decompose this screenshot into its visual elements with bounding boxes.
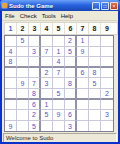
- grid-cell-r9c3[interactable]: 5: [29, 121, 41, 132]
- grid-cell-r3c1[interactable]: 8: [5, 57, 17, 68]
- title-bar[interactable]: Sudo the Game _ □ ×: [0, 0, 120, 11]
- grid-cell-r7c6[interactable]: [65, 100, 77, 111]
- grid-cell-r4c8[interactable]: 8: [89, 68, 101, 79]
- grid-cell-r4c6[interactable]: [65, 68, 77, 79]
- grid-cell-r2c8[interactable]: [89, 47, 101, 58]
- grid-cell-r2c5[interactable]: 1: [53, 47, 65, 58]
- grid-cell-r6c4[interactable]: [41, 89, 53, 100]
- grid-cell-r2c9[interactable]: [101, 47, 113, 58]
- grid-cell-r9c8[interactable]: [89, 121, 101, 132]
- grid-cell-r7c7[interactable]: [77, 100, 89, 111]
- number-button-7[interactable]: 7: [77, 23, 89, 34]
- grid-cell-r8c4[interactable]: 5: [41, 110, 53, 121]
- grid-cell-r1c1[interactable]: [5, 36, 17, 47]
- grid-cell-r5c9[interactable]: [101, 78, 113, 89]
- sudoku-grid: 521437159842768973858526125963953: [4, 35, 114, 132]
- grid-cell-r4c7[interactable]: 6: [77, 68, 89, 79]
- grid-cell-r6c1[interactable]: [5, 89, 17, 100]
- close-button[interactable]: ×: [110, 2, 118, 10]
- grid-cell-r2c6[interactable]: 5: [65, 47, 77, 58]
- grid-cell-r5c3[interactable]: 7: [29, 78, 41, 89]
- sudoku-window: Sudo the Game _ □ × File Check Tools Hel…: [0, 0, 120, 144]
- grid-cell-r5c7[interactable]: [77, 78, 89, 89]
- status-bar: Welcome to Sudo: [3, 133, 117, 142]
- grid-cell-r1c2[interactable]: 5: [17, 36, 29, 47]
- grid-cell-r5c2[interactable]: 9: [17, 78, 29, 89]
- grid-cell-r7c1[interactable]: [5, 100, 17, 111]
- grid-cell-r9c4[interactable]: [41, 121, 53, 132]
- grid-cell-r3c9[interactable]: [101, 57, 113, 68]
- grid-cell-r7c2[interactable]: [17, 100, 29, 111]
- grid-cell-r5c4[interactable]: 3: [41, 78, 53, 89]
- grid-cell-r3c4[interactable]: [41, 57, 53, 68]
- grid-cell-r6c8[interactable]: [89, 89, 101, 100]
- menu-help[interactable]: Help: [61, 13, 73, 19]
- grid-cell-r8c8[interactable]: [89, 110, 101, 121]
- menu-bar: File Check Tools Help: [2, 11, 118, 21]
- grid-cell-r3c8[interactable]: [89, 57, 101, 68]
- grid-cell-r8c3[interactable]: 2: [29, 110, 41, 121]
- grid-cell-r6c2[interactable]: [17, 89, 29, 100]
- grid-cell-r2c7[interactable]: 9: [77, 47, 89, 58]
- grid-cell-r3c2[interactable]: [17, 57, 29, 68]
- grid-cell-r1c9[interactable]: [101, 36, 113, 47]
- grid-cell-r4c5[interactable]: 7: [53, 68, 65, 79]
- number-picker-bar: 123456789: [4, 22, 118, 35]
- grid-cell-r6c6[interactable]: [65, 89, 77, 100]
- maximize-button[interactable]: □: [101, 2, 109, 10]
- grid-cell-r4c4[interactable]: 2: [41, 68, 53, 79]
- grid-cell-r8c1[interactable]: [5, 110, 17, 121]
- grid-cell-r8c9[interactable]: 3: [101, 110, 113, 121]
- grid-cell-r7c5[interactable]: [53, 100, 65, 111]
- grid-cell-r1c5[interactable]: [53, 36, 65, 47]
- number-button-3[interactable]: 3: [29, 23, 41, 34]
- number-button-2[interactable]: 2: [17, 23, 29, 34]
- grid-cell-r5c6[interactable]: 8: [65, 78, 77, 89]
- grid-cell-r4c1[interactable]: [5, 68, 17, 79]
- menu-file[interactable]: File: [5, 13, 15, 19]
- grid-cell-r3c7[interactable]: [77, 57, 89, 68]
- menu-tools[interactable]: Tools: [42, 13, 56, 19]
- grid-cell-r1c8[interactable]: [89, 36, 101, 47]
- grid-cell-r8c5[interactable]: 9: [53, 110, 65, 121]
- grid-cell-r8c7[interactable]: [77, 110, 89, 121]
- grid-cell-r9c9[interactable]: [101, 121, 113, 132]
- grid-cell-r2c1[interactable]: 4: [5, 47, 17, 58]
- grid-cell-r6c5[interactable]: 5: [53, 89, 65, 100]
- grid-cell-r9c2[interactable]: [17, 121, 29, 132]
- number-button-8[interactable]: 8: [89, 23, 101, 34]
- number-button-9[interactable]: 9: [101, 23, 113, 34]
- grid-cell-r4c3[interactable]: [29, 68, 41, 79]
- grid-cell-r5c1[interactable]: [5, 78, 17, 89]
- grid-cell-r1c3[interactable]: [29, 36, 41, 47]
- grid-cell-r6c7[interactable]: [77, 89, 89, 100]
- grid-cell-r1c4[interactable]: [41, 36, 53, 47]
- grid-cell-r1c6[interactable]: 2: [65, 36, 77, 47]
- number-button-6[interactable]: 6: [65, 23, 77, 34]
- number-button-5[interactable]: 5: [53, 23, 65, 34]
- grid-cell-r1c7[interactable]: 1: [77, 36, 89, 47]
- number-button-4[interactable]: 4: [41, 23, 53, 34]
- client-area: File Check Tools Help 123456789 52143715…: [2, 11, 118, 142]
- minimize-button[interactable]: _: [92, 2, 100, 10]
- grid-cell-r3c6[interactable]: [65, 57, 77, 68]
- grid-cell-r8c6[interactable]: 6: [65, 110, 77, 121]
- app-icon: [2, 3, 7, 8]
- grid-cell-r2c4[interactable]: 7: [41, 47, 53, 58]
- grid-cell-r7c8[interactable]: [89, 100, 101, 111]
- grid-cell-r7c4[interactable]: 1: [41, 100, 53, 111]
- grid-cell-r5c8[interactable]: 5: [89, 78, 101, 89]
- grid-cell-r9c1[interactable]: 9: [5, 121, 17, 132]
- grid-cell-r2c3[interactable]: 3: [29, 47, 41, 58]
- grid-cell-r5c5[interactable]: [53, 78, 65, 89]
- window-title: Sudo the Game: [9, 3, 91, 9]
- grid-cell-r9c5[interactable]: [53, 121, 65, 132]
- grid-cell-r4c9[interactable]: [101, 68, 113, 79]
- grid-cell-r3c5[interactable]: 4: [53, 57, 65, 68]
- grid-cell-r9c6[interactable]: 3: [65, 121, 77, 132]
- status-text: Welcome to Sudo: [6, 135, 53, 141]
- grid-cell-r7c9[interactable]: [101, 100, 113, 111]
- number-button-1[interactable]: 1: [5, 23, 17, 34]
- grid-cell-r6c9[interactable]: 2: [101, 89, 113, 100]
- menu-check[interactable]: Check: [20, 13, 37, 19]
- grid-cell-r9c7[interactable]: [77, 121, 89, 132]
- grid-cell-r4c2[interactable]: [17, 68, 29, 79]
- grid-cell-r7c3[interactable]: 6: [29, 100, 41, 111]
- grid-cell-r2c2[interactable]: [17, 47, 29, 58]
- grid-cell-r6c3[interactable]: 8: [29, 89, 41, 100]
- grid-cell-r8c2[interactable]: [17, 110, 29, 121]
- grid-cell-r3c3[interactable]: [29, 57, 41, 68]
